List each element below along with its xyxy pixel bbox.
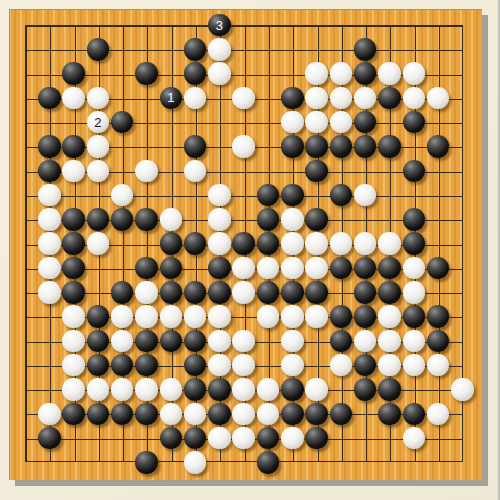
white-stone xyxy=(184,305,207,328)
black-stone xyxy=(305,403,328,426)
black-stone xyxy=(354,305,377,328)
white-stone xyxy=(160,305,183,328)
black-stone xyxy=(184,62,207,85)
white-stone xyxy=(184,451,207,474)
black-stone xyxy=(354,38,377,61)
white-stone xyxy=(330,232,353,255)
black-stone xyxy=(281,87,304,110)
black-stone xyxy=(354,135,377,158)
white-stone xyxy=(208,232,231,255)
white-stone xyxy=(305,257,328,280)
white-stone xyxy=(208,330,231,353)
black-stone xyxy=(208,281,231,304)
black-stone xyxy=(403,232,426,255)
black-stone xyxy=(378,281,401,304)
black-stone xyxy=(135,403,158,426)
white-stone xyxy=(232,281,255,304)
white-stone xyxy=(87,87,110,110)
black-stone xyxy=(305,281,328,304)
white-stone xyxy=(38,184,61,207)
black-stone xyxy=(160,232,183,255)
black-stone xyxy=(87,208,110,231)
white-stone xyxy=(232,135,255,158)
white-stone xyxy=(378,305,401,328)
white-stone xyxy=(305,305,328,328)
white-stone xyxy=(305,62,328,85)
white-stone xyxy=(257,305,280,328)
white-stone xyxy=(62,305,85,328)
white-stone xyxy=(38,208,61,231)
black-stone xyxy=(354,62,377,85)
black-stone xyxy=(184,232,207,255)
white-stone xyxy=(62,330,85,353)
black-stone xyxy=(305,208,328,231)
white-stone xyxy=(281,305,304,328)
white-stone xyxy=(257,403,280,426)
white-stone xyxy=(305,232,328,255)
white-stone xyxy=(87,135,110,158)
black-stone xyxy=(38,427,61,450)
black-stone xyxy=(62,281,85,304)
white-stone xyxy=(232,403,255,426)
white-stone xyxy=(160,403,183,426)
white-stone xyxy=(378,62,401,85)
black-stone xyxy=(87,403,110,426)
white-stone xyxy=(281,257,304,280)
black-stone xyxy=(305,427,328,450)
black-stone xyxy=(38,160,61,183)
black-stone xyxy=(232,232,255,255)
black-stone xyxy=(62,232,85,255)
black-stone xyxy=(160,281,183,304)
black-stone xyxy=(62,257,85,280)
black-stone xyxy=(330,305,353,328)
white-stone xyxy=(403,281,426,304)
white-stone xyxy=(135,160,158,183)
white-stone xyxy=(281,330,304,353)
white-stone xyxy=(135,378,158,401)
white-stone xyxy=(378,232,401,255)
black-stone xyxy=(184,135,207,158)
white-stone xyxy=(208,354,231,377)
white-stone xyxy=(281,427,304,450)
black-stone xyxy=(378,257,401,280)
black-stone xyxy=(62,403,85,426)
black-stone xyxy=(160,257,183,280)
black-stone xyxy=(184,378,207,401)
black-stone xyxy=(281,281,304,304)
white-stone xyxy=(62,354,85,377)
move-number-stone: 3 xyxy=(208,14,231,37)
white-stone xyxy=(232,257,255,280)
black-stone xyxy=(38,135,61,158)
white-stone xyxy=(281,354,304,377)
black-stone xyxy=(208,403,231,426)
white-stone xyxy=(62,378,85,401)
black-stone xyxy=(305,160,328,183)
black-stone xyxy=(62,208,85,231)
white-stone xyxy=(38,281,61,304)
black-stone xyxy=(378,403,401,426)
white-stone xyxy=(111,305,134,328)
white-stone xyxy=(87,232,110,255)
white-stone xyxy=(208,427,231,450)
black-stone xyxy=(281,378,304,401)
black-stone xyxy=(184,281,207,304)
white-stone xyxy=(62,160,85,183)
white-stone xyxy=(208,62,231,85)
black-stone xyxy=(87,38,110,61)
black-stone xyxy=(135,330,158,353)
black-stone xyxy=(135,208,158,231)
black-stone xyxy=(330,135,353,158)
black-stone xyxy=(305,135,328,158)
white-stone xyxy=(111,378,134,401)
black-stone xyxy=(135,451,158,474)
black-stone xyxy=(62,135,85,158)
white-stone xyxy=(403,257,426,280)
black-stone xyxy=(281,184,304,207)
black-stone xyxy=(38,87,61,110)
black-stone xyxy=(208,257,231,280)
white-stone xyxy=(378,354,401,377)
black-stone xyxy=(330,403,353,426)
black-stone xyxy=(378,87,401,110)
white-stone xyxy=(403,330,426,353)
black-stone xyxy=(378,378,401,401)
white-stone xyxy=(208,305,231,328)
black-stone xyxy=(403,403,426,426)
white-stone xyxy=(38,257,61,280)
black-stone xyxy=(87,330,110,353)
white-stone xyxy=(403,62,426,85)
black-stone xyxy=(111,281,134,304)
black-stone xyxy=(403,208,426,231)
black-stone xyxy=(427,305,450,328)
black-stone xyxy=(184,38,207,61)
board-frame: 312 xyxy=(0,0,500,500)
white-stone xyxy=(305,378,328,401)
black-stone xyxy=(208,378,231,401)
white-stone xyxy=(160,378,183,401)
black-stone xyxy=(330,330,353,353)
black-stone xyxy=(111,208,134,231)
black-stone xyxy=(403,160,426,183)
white-stone xyxy=(330,62,353,85)
white-stone xyxy=(305,87,328,110)
white-stone xyxy=(232,87,255,110)
black-stone xyxy=(354,378,377,401)
white-stone xyxy=(135,281,158,304)
black-stone xyxy=(257,232,280,255)
white-stone xyxy=(451,378,474,401)
black-stone xyxy=(281,135,304,158)
black-stone xyxy=(62,62,85,85)
white-stone xyxy=(87,160,110,183)
white-stone xyxy=(87,378,110,401)
white-stone xyxy=(135,305,158,328)
black-stone xyxy=(87,305,110,328)
white-stone xyxy=(403,87,426,110)
white-stone xyxy=(208,184,231,207)
white-stone xyxy=(38,232,61,255)
white-stone xyxy=(330,87,353,110)
black-stone xyxy=(160,330,183,353)
black-stone xyxy=(257,281,280,304)
black-stone xyxy=(281,403,304,426)
white-stone xyxy=(208,38,231,61)
black-stone xyxy=(135,354,158,377)
black-stone xyxy=(354,281,377,304)
white-stone xyxy=(232,378,255,401)
move-number-stone: 1 xyxy=(160,87,183,110)
black-stone xyxy=(403,305,426,328)
white-stone xyxy=(281,111,304,134)
white-stone xyxy=(62,87,85,110)
white-stone xyxy=(232,330,255,353)
black-stone xyxy=(257,451,280,474)
white-stone xyxy=(38,403,61,426)
white-stone xyxy=(281,232,304,255)
white-stone xyxy=(378,330,401,353)
black-stone xyxy=(427,135,450,158)
black-stone xyxy=(135,62,158,85)
white-stone xyxy=(160,208,183,231)
white-stone xyxy=(232,427,255,450)
white-stone xyxy=(305,111,328,134)
white-stone xyxy=(208,208,231,231)
white-stone xyxy=(257,378,280,401)
black-stone xyxy=(378,135,401,158)
black-stone xyxy=(257,208,280,231)
black-stone xyxy=(135,257,158,280)
white-stone xyxy=(281,208,304,231)
